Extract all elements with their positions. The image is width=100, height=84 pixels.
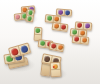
picture-orange xyxy=(54,16,59,21)
domino-tile[interactable] xyxy=(52,21,69,31)
picture-orange xyxy=(57,44,63,50)
picture-duck xyxy=(52,63,57,68)
picture-brown xyxy=(43,55,50,62)
picture-green xyxy=(39,41,45,47)
domino-tile[interactable] xyxy=(25,8,34,22)
tile-half xyxy=(75,22,83,28)
picture-orange xyxy=(79,30,84,35)
domino-tile[interactable] xyxy=(7,42,30,58)
domino-tile[interactable] xyxy=(48,42,64,52)
picture-green xyxy=(47,16,52,21)
picture-green xyxy=(27,10,32,15)
picture-pink xyxy=(15,14,20,19)
picture-green xyxy=(71,29,76,34)
duck-beak xyxy=(52,66,54,68)
picture-red xyxy=(50,43,56,49)
tile-half xyxy=(60,24,67,30)
picture-red xyxy=(74,36,80,42)
tile-half xyxy=(50,62,59,70)
tile-half xyxy=(51,69,60,76)
picture-purple xyxy=(58,10,63,15)
tile-half xyxy=(18,44,29,55)
picture-red xyxy=(10,47,19,56)
picture-orange xyxy=(82,37,88,43)
tile-half xyxy=(41,69,50,75)
tile-half xyxy=(70,29,79,35)
tile-half xyxy=(83,23,90,29)
domino-tile[interactable] xyxy=(49,61,61,77)
picture-blue xyxy=(65,10,70,15)
picture-purple xyxy=(84,23,89,28)
picture-orange xyxy=(53,23,59,29)
tile-half xyxy=(56,44,63,51)
tile-half xyxy=(14,14,21,20)
picture-green xyxy=(26,16,31,21)
picture-blue xyxy=(20,45,29,54)
tile-half xyxy=(64,10,71,15)
picture-red xyxy=(61,24,67,30)
tile-half xyxy=(81,37,89,43)
picture-green xyxy=(35,28,40,33)
tile-half xyxy=(26,16,32,22)
table-surface xyxy=(0,0,100,84)
picture-red xyxy=(76,22,81,27)
domino-tile[interactable] xyxy=(72,35,90,45)
